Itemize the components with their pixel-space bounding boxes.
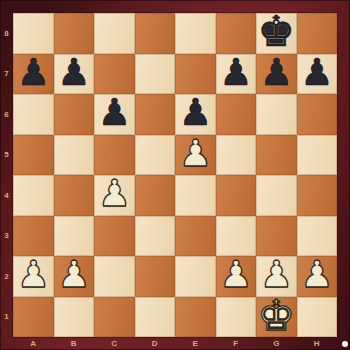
file-label-a: A xyxy=(13,337,54,350)
square-c2[interactable] xyxy=(94,256,135,297)
square-g6[interactable] xyxy=(256,94,297,135)
square-b1[interactable] xyxy=(54,297,95,338)
square-d8[interactable] xyxy=(135,13,176,54)
square-h3[interactable] xyxy=(297,216,338,257)
rank-label-2: 2 xyxy=(0,256,13,297)
square-a4[interactable] xyxy=(13,175,54,216)
square-d4[interactable] xyxy=(135,175,176,216)
square-f1[interactable] xyxy=(216,297,257,338)
square-b5[interactable] xyxy=(54,135,95,176)
square-g3[interactable] xyxy=(256,216,297,257)
black-pawn-h7[interactable]: ♟ xyxy=(300,53,333,94)
square-a7[interactable]: ♟ xyxy=(13,54,54,95)
square-g1[interactable]: ♚ xyxy=(256,297,297,338)
square-a1[interactable] xyxy=(13,297,54,338)
square-c3[interactable] xyxy=(94,216,135,257)
file-labels: ABCDEFGH xyxy=(13,337,337,350)
black-king-g8[interactable]: ♚ xyxy=(257,12,295,53)
square-d6[interactable] xyxy=(135,94,176,135)
white-pawn-f2[interactable]: ♟ xyxy=(219,255,252,296)
rank-label-8: 8 xyxy=(0,13,13,54)
chess-board[interactable]: ♚♟♟♟♟♟♟♟♟♟♟♟♟♟♟♚ xyxy=(13,13,337,337)
square-g8[interactable]: ♚ xyxy=(256,13,297,54)
rank-label-6: 6 xyxy=(0,94,13,135)
square-c6[interactable]: ♟ xyxy=(94,94,135,135)
square-a2[interactable]: ♟ xyxy=(13,256,54,297)
rank-labels: 87654321 xyxy=(0,13,13,337)
square-d2[interactable] xyxy=(135,256,176,297)
rank-label-4: 4 xyxy=(0,175,13,216)
black-pawn-f7[interactable]: ♟ xyxy=(219,53,252,94)
square-c7[interactable] xyxy=(94,54,135,95)
file-label-g: G xyxy=(256,337,297,350)
square-b7[interactable]: ♟ xyxy=(54,54,95,95)
square-c4[interactable]: ♟ xyxy=(94,175,135,216)
square-h4[interactable] xyxy=(297,175,338,216)
white-pawn-e5[interactable]: ♟ xyxy=(179,134,212,175)
square-f7[interactable]: ♟ xyxy=(216,54,257,95)
square-f3[interactable] xyxy=(216,216,257,257)
white-pawn-c4[interactable]: ♟ xyxy=(98,174,131,215)
square-h2[interactable]: ♟ xyxy=(297,256,338,297)
square-f5[interactable] xyxy=(216,135,257,176)
square-b3[interactable] xyxy=(54,216,95,257)
square-e5[interactable]: ♟ xyxy=(175,135,216,176)
white-king-g1[interactable]: ♚ xyxy=(257,296,295,337)
black-pawn-e6[interactable]: ♟ xyxy=(179,93,212,134)
side-to-move-indicator xyxy=(342,341,348,347)
square-g7[interactable]: ♟ xyxy=(256,54,297,95)
square-e2[interactable] xyxy=(175,256,216,297)
black-pawn-b7[interactable]: ♟ xyxy=(57,53,90,94)
square-d5[interactable] xyxy=(135,135,176,176)
square-a8[interactable] xyxy=(13,13,54,54)
rank-label-3: 3 xyxy=(0,216,13,257)
rank-label-7: 7 xyxy=(0,54,13,95)
black-pawn-c6[interactable]: ♟ xyxy=(98,93,131,134)
black-pawn-g7[interactable]: ♟ xyxy=(260,53,293,94)
square-c5[interactable] xyxy=(94,135,135,176)
square-e7[interactable] xyxy=(175,54,216,95)
square-h8[interactable] xyxy=(297,13,338,54)
square-g4[interactable] xyxy=(256,175,297,216)
square-f4[interactable] xyxy=(216,175,257,216)
rank-label-1: 1 xyxy=(0,297,13,338)
square-e8[interactable] xyxy=(175,13,216,54)
square-f6[interactable] xyxy=(216,94,257,135)
square-h1[interactable] xyxy=(297,297,338,338)
black-pawn-a7[interactable]: ♟ xyxy=(17,53,50,94)
square-a6[interactable] xyxy=(13,94,54,135)
square-a5[interactable] xyxy=(13,135,54,176)
square-h6[interactable] xyxy=(297,94,338,135)
square-a3[interactable] xyxy=(13,216,54,257)
square-d3[interactable] xyxy=(135,216,176,257)
chess-diagram: ♚♟♟♟♟♟♟♟♟♟♟♟♟♟♟♚ 87654321 ABCDEFGH xyxy=(0,0,350,350)
square-c1[interactable] xyxy=(94,297,135,338)
square-e1[interactable] xyxy=(175,297,216,338)
file-label-c: C xyxy=(94,337,135,350)
square-h7[interactable]: ♟ xyxy=(297,54,338,95)
square-f8[interactable] xyxy=(216,13,257,54)
square-e6[interactable]: ♟ xyxy=(175,94,216,135)
file-label-f: F xyxy=(216,337,257,350)
file-label-e: E xyxy=(175,337,216,350)
square-b4[interactable] xyxy=(54,175,95,216)
rank-label-5: 5 xyxy=(0,135,13,176)
square-d1[interactable] xyxy=(135,297,176,338)
square-d7[interactable] xyxy=(135,54,176,95)
file-label-d: D xyxy=(135,337,176,350)
square-e4[interactable] xyxy=(175,175,216,216)
file-label-b: B xyxy=(54,337,95,350)
square-e3[interactable] xyxy=(175,216,216,257)
square-c8[interactable] xyxy=(94,13,135,54)
square-b8[interactable] xyxy=(54,13,95,54)
white-pawn-h2[interactable]: ♟ xyxy=(300,255,333,296)
square-b6[interactable] xyxy=(54,94,95,135)
white-pawn-g2[interactable]: ♟ xyxy=(260,255,293,296)
white-pawn-b2[interactable]: ♟ xyxy=(57,255,90,296)
square-b2[interactable]: ♟ xyxy=(54,256,95,297)
square-g5[interactable] xyxy=(256,135,297,176)
square-h5[interactable] xyxy=(297,135,338,176)
square-f2[interactable]: ♟ xyxy=(216,256,257,297)
white-pawn-a2[interactable]: ♟ xyxy=(17,255,50,296)
file-label-h: H xyxy=(297,337,338,350)
